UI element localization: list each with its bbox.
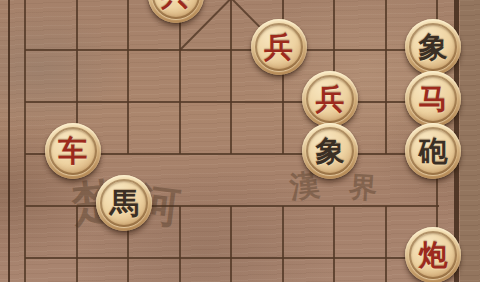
grid-line	[230, 0, 232, 154]
piece-red-horse-f8r3[interactable]: 马	[405, 71, 461, 127]
piece-character: 炮	[405, 227, 461, 282]
grid-line	[25, 49, 439, 51]
piece-character: 兵	[148, 0, 204, 23]
piece-red-soldier-f3r1[interactable]: 兵	[148, 0, 204, 23]
grid-line	[8, 0, 10, 282]
piece-black-elephant-f8r2[interactable]: 象	[405, 19, 461, 75]
grid-line	[282, 206, 284, 282]
grid-line	[179, 0, 181, 154]
piece-black-cannon-f8r4[interactable]: 砲	[405, 123, 461, 179]
piece-character: 象	[302, 123, 358, 179]
piece-red-soldier-f6r3[interactable]: 兵	[302, 71, 358, 127]
grid-line	[179, 206, 181, 282]
board-outer-margin	[460, 0, 480, 282]
grid-line	[230, 206, 232, 282]
piece-red-cannon-f8r6[interactable]: 炮	[405, 227, 461, 282]
grid-line	[385, 0, 387, 154]
grid-line	[25, 101, 439, 103]
grid-line	[25, 257, 439, 259]
piece-red-chariot-f1r4[interactable]: 车	[45, 123, 101, 179]
piece-character: 车	[45, 123, 101, 179]
piece-black-elephant-f6r4[interactable]: 象	[302, 123, 358, 179]
piece-character: 象	[405, 19, 461, 75]
grid-line	[76, 206, 78, 282]
piece-character: 兵	[251, 19, 307, 75]
piece-character: 馬	[96, 175, 152, 231]
piece-black-horse-f2r5[interactable]: 馬	[96, 175, 152, 231]
grid-line	[25, 205, 439, 207]
piece-red-soldier-f5r2[interactable]: 兵	[251, 19, 307, 75]
xiangqi-board-screen: 楚 河 漢 界 兵兵象兵马车象砲馬炮	[0, 0, 480, 282]
grid-line	[24, 0, 26, 282]
grid-line	[333, 206, 335, 282]
piece-character: 兵	[302, 71, 358, 127]
piece-character: 马	[405, 71, 461, 127]
grid-line	[385, 206, 387, 282]
grid-line	[127, 0, 129, 154]
piece-character: 砲	[405, 123, 461, 179]
